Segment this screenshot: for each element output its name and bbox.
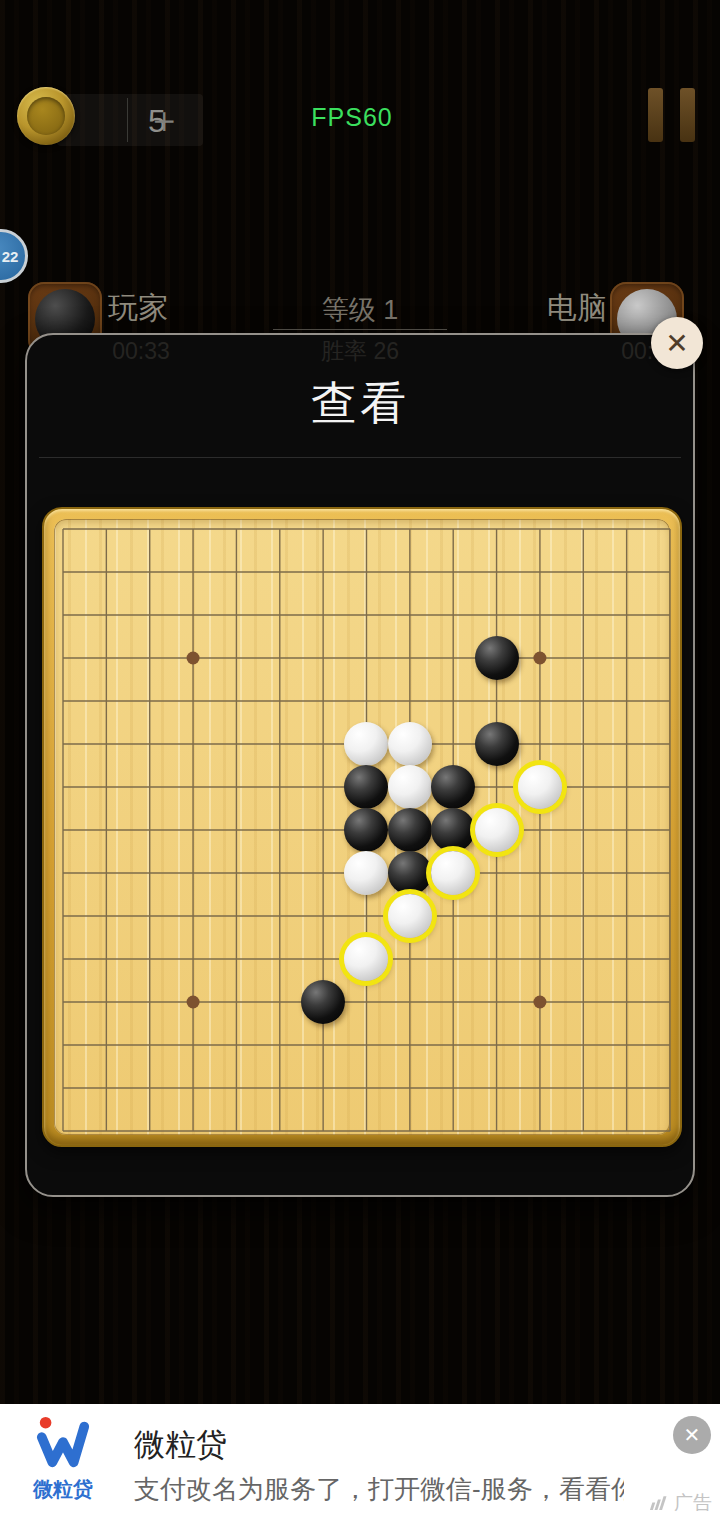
gomoku-board[interactable] (42, 507, 682, 1147)
stone-white-winning (431, 851, 475, 895)
star-point (533, 652, 546, 665)
ad-description: 支付改名为服务了，打开微信-服务，看看你的… (134, 1472, 624, 1507)
dialog-close-button[interactable]: ✕ (651, 317, 703, 369)
fps-label: FPS60 (0, 103, 704, 132)
ad-logo-caption: 微粒贷 (18, 1476, 108, 1503)
star-point (187, 652, 200, 665)
ad-slashes-icon (648, 1496, 670, 1511)
star-point (187, 996, 200, 1009)
pause-button[interactable] (648, 88, 695, 142)
ad-banner[interactable]: 微粒贷 微粒贷 支付改名为服务了，打开微信-服务，看看你的… ✕ 广告 (0, 1404, 720, 1520)
side-badge[interactable]: 22 (0, 229, 28, 283)
ad-tag: 广告 (648, 1490, 712, 1516)
stone-black (475, 722, 519, 766)
dialog-divider (39, 457, 681, 458)
stone-black (475, 636, 519, 680)
stone-white (388, 722, 432, 766)
close-icon: ✕ (684, 1423, 701, 1447)
stone-black (431, 808, 475, 852)
stone-white (388, 765, 432, 809)
stone-white-winning (518, 765, 562, 809)
stone-black (431, 765, 475, 809)
game-screen: 5 ＋ FPS60 22 玩家 等级 1 电脑 00:33 胜率 26 00:0… (0, 0, 720, 1520)
star-point (533, 996, 546, 1009)
close-icon: ✕ (665, 327, 688, 360)
weloan-logo-icon (34, 1414, 92, 1472)
stone-black (388, 851, 432, 895)
stone-black (388, 808, 432, 852)
computer-name: 电脑 (547, 288, 607, 329)
ad-title: 微粒贷 (134, 1424, 227, 1466)
pause-icon (680, 88, 695, 142)
stone-black (301, 980, 345, 1024)
stone-white-winning (388, 894, 432, 938)
ad-tag-text: 广告 (674, 1490, 712, 1516)
stone-white-winning (475, 808, 519, 852)
view-dialog: 查看 (25, 333, 695, 1197)
pause-icon (648, 88, 663, 142)
ad-close-button[interactable]: ✕ (673, 1416, 711, 1454)
level-underline (273, 329, 447, 330)
dialog-title: 查看 (27, 373, 693, 435)
